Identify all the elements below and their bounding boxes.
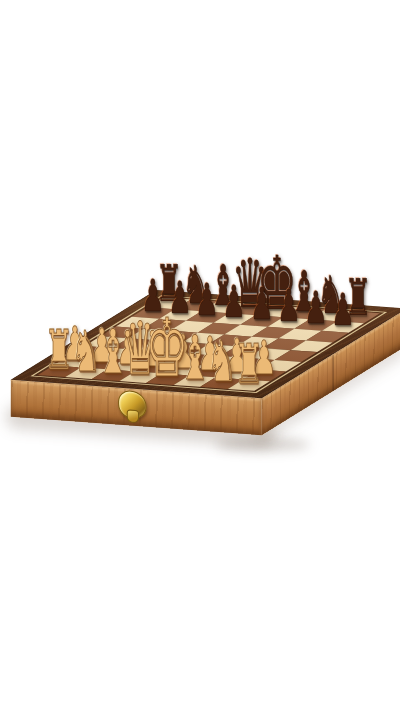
box-shadow-corner [215,438,310,451]
fold-seam-icon [333,355,334,392]
chess-set-photo: ♜♞♝♛♚♝♞♜♟♟♟♟♟♟♟♟♟♟♟♟♟♟♟♟♜♞♝♛♚♝♞♜ [0,0,400,712]
brass-latch-tab [127,409,140,423]
